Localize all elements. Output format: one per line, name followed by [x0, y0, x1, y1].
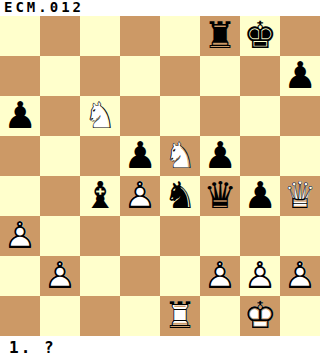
black-piece-glyph: ♟: [240, 176, 280, 216]
white-piece-outline-glyph: ♔: [240, 296, 280, 336]
square-b5[interactable]: [40, 136, 80, 176]
piece-black-pawn[interactable]: ♟: [0, 96, 40, 136]
square-a6[interactable]: ♟: [0, 96, 40, 136]
square-a2[interactable]: [0, 256, 40, 296]
piece-black-knight[interactable]: ♞: [160, 176, 200, 216]
square-a8[interactable]: [0, 16, 40, 56]
square-g2[interactable]: ♟♙: [240, 256, 280, 296]
piece-black-pawn[interactable]: ♟: [200, 136, 240, 176]
square-d2[interactable]: [120, 256, 160, 296]
piece-black-rook[interactable]: ♜: [200, 16, 240, 56]
square-f8[interactable]: ♜: [200, 16, 240, 56]
black-piece-glyph: ♟: [0, 96, 40, 136]
square-f3[interactable]: [200, 216, 240, 256]
white-piece-outline-glyph: ♘: [80, 96, 120, 136]
square-h7[interactable]: ♟: [280, 56, 320, 96]
white-piece-outline-glyph: ♘: [160, 136, 200, 176]
square-d8[interactable]: [120, 16, 160, 56]
square-g7[interactable]: [240, 56, 280, 96]
piece-white-king[interactable]: ♚♔: [240, 296, 280, 336]
square-d7[interactable]: [120, 56, 160, 96]
square-c4[interactable]: ♝: [80, 176, 120, 216]
square-b6[interactable]: [40, 96, 80, 136]
move-prompt: 1. ?: [0, 336, 320, 360]
square-d1[interactable]: [120, 296, 160, 336]
white-piece-outline-glyph: ♙: [120, 176, 160, 216]
piece-black-queen[interactable]: ♛: [200, 176, 240, 216]
white-piece-outline-glyph: ♙: [40, 256, 80, 296]
square-f1[interactable]: [200, 296, 240, 336]
square-b1[interactable]: [40, 296, 80, 336]
black-piece-glyph: ♟: [120, 136, 160, 176]
square-e3[interactable]: [160, 216, 200, 256]
black-piece-glyph: ♟: [200, 136, 240, 176]
square-b7[interactable]: [40, 56, 80, 96]
white-piece-outline-glyph: ♖: [160, 296, 200, 336]
piece-white-pawn[interactable]: ♟♙: [40, 256, 80, 296]
square-e2[interactable]: [160, 256, 200, 296]
white-piece-outline-glyph: ♕: [280, 176, 320, 216]
piece-white-pawn[interactable]: ♟♙: [0, 216, 40, 256]
black-piece-glyph: ♝: [80, 176, 120, 216]
square-f6[interactable]: [200, 96, 240, 136]
square-a1[interactable]: [0, 296, 40, 336]
square-h6[interactable]: [280, 96, 320, 136]
square-e5[interactable]: ♞♘: [160, 136, 200, 176]
piece-black-pawn[interactable]: ♟: [280, 56, 320, 96]
square-d3[interactable]: [120, 216, 160, 256]
white-piece-outline-glyph: ♙: [200, 256, 240, 296]
piece-white-pawn[interactable]: ♟♙: [240, 256, 280, 296]
black-piece-glyph: ♜: [200, 16, 240, 56]
black-piece-glyph: ♟: [280, 56, 320, 96]
square-c5[interactable]: [80, 136, 120, 176]
piece-white-knight[interactable]: ♞♘: [80, 96, 120, 136]
square-c8[interactable]: [80, 16, 120, 56]
square-a4[interactable]: [0, 176, 40, 216]
square-g8[interactable]: ♚: [240, 16, 280, 56]
square-g6[interactable]: [240, 96, 280, 136]
white-piece-outline-glyph: ♙: [0, 216, 40, 256]
square-b3[interactable]: [40, 216, 80, 256]
square-d5[interactable]: ♟: [120, 136, 160, 176]
square-h4[interactable]: ♛♕: [280, 176, 320, 216]
square-h3[interactable]: [280, 216, 320, 256]
square-d4[interactable]: ♟♙: [120, 176, 160, 216]
piece-black-pawn[interactable]: ♟: [240, 176, 280, 216]
square-c7[interactable]: [80, 56, 120, 96]
chess-board: ♜♚♟♟♞♘♟♞♘♟♝♟♙♞♛♟♛♕♟♙♟♙♟♙♟♙♟♙♜♖♚♔: [0, 16, 320, 336]
white-piece-outline-glyph: ♙: [280, 256, 320, 296]
black-piece-glyph: ♞: [160, 176, 200, 216]
square-e7[interactable]: [160, 56, 200, 96]
square-f7[interactable]: [200, 56, 240, 96]
square-c1[interactable]: [80, 296, 120, 336]
square-b2[interactable]: ♟♙: [40, 256, 80, 296]
square-a7[interactable]: [0, 56, 40, 96]
piece-white-knight[interactable]: ♞♘: [160, 136, 200, 176]
square-g5[interactable]: [240, 136, 280, 176]
square-h1[interactable]: [280, 296, 320, 336]
square-g4[interactable]: ♟: [240, 176, 280, 216]
square-c3[interactable]: [80, 216, 120, 256]
piece-black-bishop[interactable]: ♝: [80, 176, 120, 216]
piece-white-pawn[interactable]: ♟♙: [280, 256, 320, 296]
square-d6[interactable]: [120, 96, 160, 136]
square-e8[interactable]: [160, 16, 200, 56]
square-f4[interactable]: ♛: [200, 176, 240, 216]
square-f2[interactable]: ♟♙: [200, 256, 240, 296]
square-e6[interactable]: [160, 96, 200, 136]
square-c2[interactable]: [80, 256, 120, 296]
square-a3[interactable]: ♟♙: [0, 216, 40, 256]
piece-black-king[interactable]: ♚: [240, 16, 280, 56]
square-g3[interactable]: [240, 216, 280, 256]
square-e4[interactable]: ♞: [160, 176, 200, 216]
square-h2[interactable]: ♟♙: [280, 256, 320, 296]
square-a5[interactable]: [0, 136, 40, 176]
piece-black-pawn[interactable]: ♟: [120, 136, 160, 176]
square-g1[interactable]: ♚♔: [240, 296, 280, 336]
piece-white-pawn[interactable]: ♟♙: [120, 176, 160, 216]
black-piece-glyph: ♚: [240, 16, 280, 56]
square-h5[interactable]: [280, 136, 320, 176]
piece-white-queen[interactable]: ♛♕: [280, 176, 320, 216]
square-c6[interactable]: ♞♘: [80, 96, 120, 136]
piece-white-rook[interactable]: ♜♖: [160, 296, 200, 336]
black-piece-glyph: ♛: [200, 176, 240, 216]
white-piece-outline-glyph: ♙: [240, 256, 280, 296]
square-f5[interactable]: ♟: [200, 136, 240, 176]
square-b4[interactable]: [40, 176, 80, 216]
square-h8[interactable]: [280, 16, 320, 56]
square-b8[interactable]: [40, 16, 80, 56]
square-e1[interactable]: ♜♖: [160, 296, 200, 336]
piece-white-pawn[interactable]: ♟♙: [200, 256, 240, 296]
